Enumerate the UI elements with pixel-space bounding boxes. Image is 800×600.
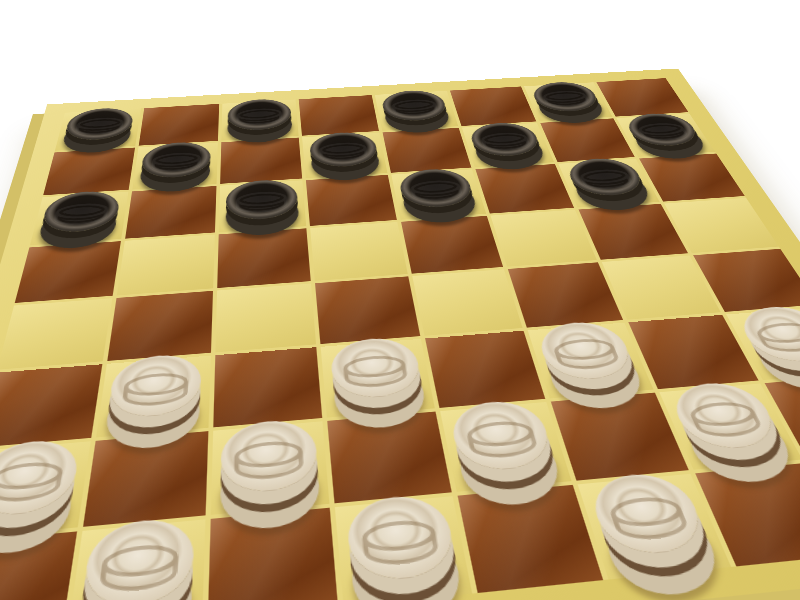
checker-white-g2[interactable]: ⛀ bbox=[665, 380, 785, 451]
square-a5[interactable] bbox=[15, 241, 121, 303]
checker-black-h7[interactable]: ⛂ bbox=[621, 112, 703, 148]
checker-black-e6[interactable]: ⛂ bbox=[397, 167, 476, 209]
checker-black-g8[interactable]: ⛂ bbox=[528, 81, 602, 113]
checker-white-f3[interactable]: ⛀ bbox=[534, 320, 638, 382]
square-f6[interactable] bbox=[475, 164, 574, 214]
square-c1[interactable] bbox=[207, 508, 338, 600]
square-a1[interactable] bbox=[0, 532, 77, 600]
square-e4[interactable] bbox=[412, 269, 522, 335]
square-b8[interactable] bbox=[139, 104, 219, 146]
square-a6[interactable]: ⛂ bbox=[30, 191, 128, 245]
square-a3[interactable] bbox=[0, 364, 102, 447]
checker-black-a8[interactable]: ⛂ bbox=[64, 107, 135, 142]
square-e3[interactable] bbox=[425, 331, 545, 408]
square-b2[interactable] bbox=[83, 431, 208, 527]
square-d3[interactable]: ⛀ bbox=[321, 339, 435, 417]
square-c7[interactable] bbox=[220, 137, 303, 183]
square-a2[interactable]: ⛀ bbox=[0, 441, 90, 539]
square-c6[interactable]: ⛂ bbox=[218, 180, 306, 232]
square-d4[interactable] bbox=[315, 276, 420, 343]
checker-black-b7[interactable]: ⛂ bbox=[140, 141, 211, 180]
board-3d-wrap: ⛂⛂⛂⛂⛂⛂⛂⛂⛂⛂⛂⛂⛀⛀⛀⛀⛀⛀⛀⛀⛀⛀⛀⛀ bbox=[0, 69, 800, 600]
checker-black-f7[interactable]: ⛂ bbox=[467, 121, 544, 158]
checker-black-c8[interactable]: ⛂ bbox=[227, 98, 292, 132]
checker-black-e8[interactable]: ⛂ bbox=[380, 89, 449, 122]
square-d5[interactable] bbox=[310, 222, 407, 281]
board-frame: ⛂⛂⛂⛂⛂⛂⛂⛂⛂⛂⛂⛂⛀⛀⛀⛀⛀⛀⛀⛀⛀⛀⛀⛀ bbox=[0, 69, 800, 600]
checker-white-c2[interactable]: ⛀ bbox=[220, 417, 319, 494]
square-d8[interactable] bbox=[299, 95, 379, 136]
square-d2[interactable] bbox=[327, 411, 451, 503]
square-a4[interactable] bbox=[0, 298, 112, 369]
square-b1[interactable]: ⛀ bbox=[67, 520, 205, 600]
square-e8[interactable]: ⛂ bbox=[375, 91, 458, 131]
square-b3[interactable]: ⛀ bbox=[96, 355, 210, 437]
square-c5[interactable] bbox=[217, 228, 311, 288]
square-b5[interactable] bbox=[117, 235, 215, 296]
square-d6[interactable] bbox=[306, 175, 397, 226]
checker-white-d3[interactable]: ⛀ bbox=[329, 336, 424, 401]
square-c2[interactable]: ⛀ bbox=[210, 421, 330, 515]
checker-white-e2[interactable]: ⛀ bbox=[448, 398, 557, 472]
checker-black-c6[interactable]: ⛂ bbox=[226, 178, 299, 221]
square-f7[interactable]: ⛂ bbox=[462, 123, 554, 167]
square-c3[interactable] bbox=[213, 347, 323, 427]
checker-black-d7[interactable]: ⛂ bbox=[308, 131, 379, 169]
square-c8[interactable]: ⛂ bbox=[221, 99, 299, 140]
photo-scene: ⛂⛂⛂⛂⛂⛂⛂⛂⛂⛂⛂⛂⛀⛀⛀⛀⛀⛀⛀⛀⛀⛀⛀⛀ bbox=[0, 0, 800, 600]
square-b6[interactable] bbox=[125, 186, 216, 239]
checker-white-f1[interactable]: ⛀ bbox=[585, 470, 712, 557]
square-f5[interactable] bbox=[490, 210, 596, 267]
square-a8[interactable]: ⛂ bbox=[55, 108, 141, 150]
checker-white-b1[interactable]: ⛀ bbox=[81, 516, 195, 600]
checker-white-a2[interactable]: ⛀ bbox=[0, 437, 82, 518]
square-c4[interactable] bbox=[215, 284, 316, 353]
checker-black-a6[interactable]: ⛂ bbox=[40, 189, 122, 234]
checkers-board: ⛂⛂⛂⛂⛂⛂⛂⛂⛂⛂⛂⛂⛀⛀⛀⛀⛀⛀⛀⛀⛀⛀⛀⛀ bbox=[0, 78, 800, 600]
square-e2[interactable]: ⛀ bbox=[440, 402, 571, 492]
square-e6[interactable]: ⛂ bbox=[391, 169, 486, 220]
square-e5[interactable] bbox=[401, 216, 503, 274]
square-e7[interactable] bbox=[383, 128, 472, 173]
square-d1[interactable]: ⛀ bbox=[335, 496, 472, 600]
square-a7[interactable] bbox=[43, 147, 135, 195]
square-b4[interactable] bbox=[107, 291, 212, 361]
checker-white-d1[interactable]: ⛀ bbox=[344, 492, 458, 582]
square-d7[interactable]: ⛂ bbox=[302, 133, 387, 178]
square-e1[interactable] bbox=[458, 485, 603, 593]
square-b7[interactable]: ⛂ bbox=[132, 142, 217, 189]
checker-black-g6[interactable]: ⛂ bbox=[563, 157, 648, 198]
checker-white-b3[interactable]: ⛀ bbox=[107, 352, 202, 419]
